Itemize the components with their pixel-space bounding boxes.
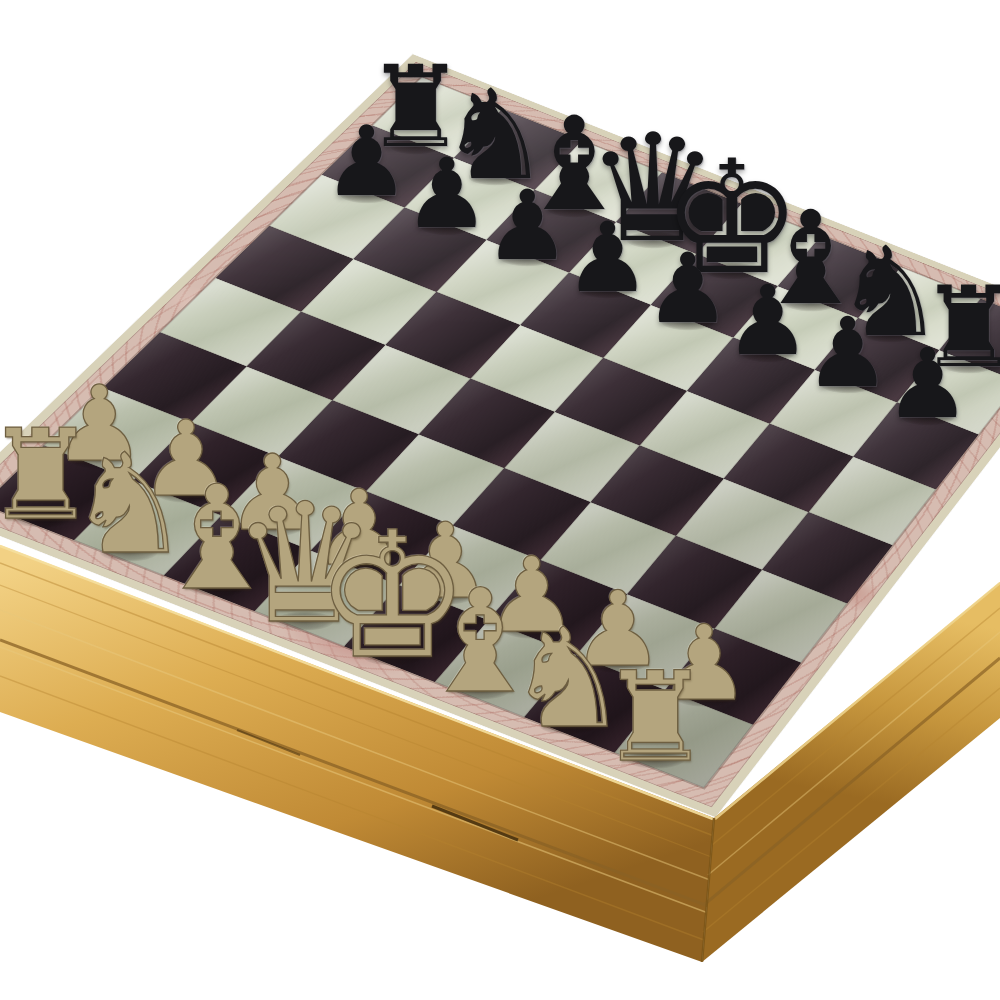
piece-black-pawn-g7[interactable]: ♟: [805, 305, 891, 401]
piece-black-pawn-h7[interactable]: ♟: [885, 337, 971, 433]
chess-set-photo: ♜♞♝♛♚♝♞♜♟♟♟♟♟♟♟♟♟♟♟♟♟♟♟♟♜♞♝♛♚♝♞♜: [0, 0, 1000, 1000]
piece-white-rook-h1[interactable]: ♜: [600, 655, 711, 779]
piece-black-pawn-b7[interactable]: ♟: [404, 146, 491, 243]
piece-black-pawn-e7[interactable]: ♟: [644, 241, 730, 337]
piece-black-pawn-d7[interactable]: ♟: [564, 210, 651, 307]
piece-black-pawn-c7[interactable]: ♟: [484, 178, 571, 275]
piece-black-pawn-a7[interactable]: ♟: [323, 114, 410, 211]
piece-black-pawn-f7[interactable]: ♟: [725, 273, 811, 369]
